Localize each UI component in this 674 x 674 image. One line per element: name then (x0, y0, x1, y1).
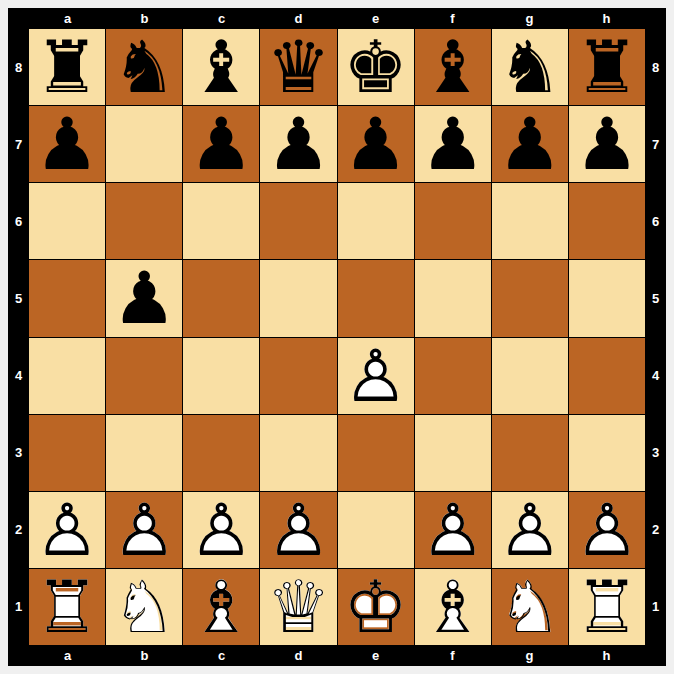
piece-glyph: ♟ (420, 102, 485, 186)
square-d3[interactable] (260, 415, 336, 491)
square-g5[interactable] (492, 260, 568, 336)
square-g1[interactable]: ♞♘ (492, 569, 568, 645)
square-g4[interactable] (492, 338, 568, 414)
rank-label-3: 3 (8, 414, 29, 491)
square-d2[interactable]: ♟♙ (260, 492, 336, 568)
square-c2[interactable]: ♟♙ (183, 492, 259, 568)
piece-outline: ♙ (112, 488, 177, 572)
piece-glyph: ♜ (35, 25, 100, 109)
piece-black-pawn[interactable]: ♟ (35, 108, 100, 180)
square-e3[interactable] (338, 415, 414, 491)
square-d7[interactable]: ♟ (260, 106, 336, 182)
square-e8[interactable]: ♚ (338, 29, 414, 105)
piece-white-knight[interactable]: ♞♘ (498, 571, 563, 643)
square-c7[interactable]: ♟ (183, 106, 259, 182)
piece-outline: ♘ (498, 565, 563, 649)
square-f1[interactable]: ♝♗ (415, 569, 491, 645)
square-f8[interactable]: ♝ (415, 29, 491, 105)
piece-white-pawn[interactable]: ♟♙ (575, 494, 640, 566)
square-e4[interactable]: ♟♙ (338, 338, 414, 414)
piece-white-pawn[interactable]: ♟♙ (266, 494, 331, 566)
square-g2[interactable]: ♟♙ (492, 492, 568, 568)
piece-white-pawn[interactable]: ♟♙ (498, 494, 563, 566)
piece-outline: ♗ (189, 565, 254, 649)
square-b5[interactable]: ♟ (106, 260, 182, 336)
piece-outline: ♙ (420, 488, 485, 572)
square-e7[interactable]: ♟ (338, 106, 414, 182)
piece-black-queen[interactable]: ♛ (266, 31, 331, 103)
piece-outline: ♘ (112, 565, 177, 649)
board: ♜♞♝♛♚♝♞♜♟♟♟♟♟♟♟♟♟♙♟♙♟♙♟♙♟♙♟♙♟♙♟♙♜♖♞♘♝♗♛♕… (29, 29, 645, 645)
rank-labels-right: 87654321 (645, 29, 666, 645)
piece-glyph: ♟ (112, 256, 177, 340)
square-f6[interactable] (415, 183, 491, 259)
rank-label-5: 5 (8, 260, 29, 337)
square-g7[interactable]: ♟ (492, 106, 568, 182)
rank-label-8: 8 (645, 29, 666, 106)
square-a1[interactable]: ♜♖ (29, 569, 105, 645)
rank-label-2: 2 (8, 491, 29, 568)
rank-label-5: 5 (645, 260, 666, 337)
piece-outline: ♙ (189, 488, 254, 572)
square-d8[interactable]: ♛ (260, 29, 336, 105)
piece-white-pawn[interactable]: ♟♙ (189, 494, 254, 566)
piece-glyph: ♝ (189, 25, 254, 109)
piece-black-rook[interactable]: ♜ (575, 31, 640, 103)
rank-label-1: 1 (8, 568, 29, 645)
square-d6[interactable] (260, 183, 336, 259)
piece-white-pawn[interactable]: ♟♙ (420, 494, 485, 566)
square-b2[interactable]: ♟♙ (106, 492, 182, 568)
piece-white-pawn[interactable]: ♟♙ (35, 494, 100, 566)
piece-outline: ♖ (35, 565, 100, 649)
square-f2[interactable]: ♟♙ (415, 492, 491, 568)
chessboard-frame: abcdefgh 87654321 ♜♞♝♛♚♝♞♜♟♟♟♟♟♟♟♟♟♙♟♙♟♙… (8, 8, 666, 666)
piece-black-pawn[interactable]: ♟ (575, 108, 640, 180)
piece-white-queen[interactable]: ♛♕ (266, 571, 331, 643)
square-a3[interactable] (29, 415, 105, 491)
square-b7[interactable] (106, 106, 182, 182)
piece-white-bishop[interactable]: ♝♗ (420, 571, 485, 643)
rank-label-3: 3 (645, 414, 666, 491)
square-c6[interactable] (183, 183, 259, 259)
square-a5[interactable] (29, 260, 105, 336)
square-f3[interactable] (415, 415, 491, 491)
square-c1[interactable]: ♝♗ (183, 569, 259, 645)
piece-black-bishop[interactable]: ♝ (420, 31, 485, 103)
piece-glyph: ♟ (498, 102, 563, 186)
piece-white-pawn[interactable]: ♟♙ (343, 340, 408, 412)
square-h4[interactable] (569, 338, 645, 414)
piece-outline: ♗ (420, 565, 485, 649)
square-e6[interactable] (338, 183, 414, 259)
piece-outline: ♖ (575, 565, 640, 649)
rank-label-4: 4 (645, 337, 666, 414)
square-b3[interactable] (106, 415, 182, 491)
rank-label-1: 1 (645, 568, 666, 645)
piece-outline: ♙ (35, 488, 100, 572)
square-d4[interactable] (260, 338, 336, 414)
rank-label-6: 6 (645, 183, 666, 260)
square-e5[interactable] (338, 260, 414, 336)
piece-glyph: ♝ (420, 25, 485, 109)
piece-glyph: ♞ (498, 25, 563, 109)
square-b1[interactable]: ♞♘ (106, 569, 182, 645)
square-g3[interactable] (492, 415, 568, 491)
square-f4[interactable] (415, 338, 491, 414)
piece-black-pawn[interactable]: ♟ (266, 108, 331, 180)
piece-glyph: ♞ (112, 25, 177, 109)
square-f5[interactable] (415, 260, 491, 336)
square-h2[interactable]: ♟♙ (569, 492, 645, 568)
piece-outline: ♕ (266, 565, 331, 649)
square-a6[interactable] (29, 183, 105, 259)
square-c5[interactable] (183, 260, 259, 336)
square-h3[interactable] (569, 415, 645, 491)
rank-label-2: 2 (645, 491, 666, 568)
rank-label-4: 4 (8, 337, 29, 414)
piece-white-bishop[interactable]: ♝♗ (189, 571, 254, 643)
square-h5[interactable] (569, 260, 645, 336)
rank-labels-left: 87654321 (8, 29, 29, 645)
square-g8[interactable]: ♞ (492, 29, 568, 105)
rank-label-6: 6 (8, 183, 29, 260)
piece-black-pawn[interactable]: ♟ (420, 108, 485, 180)
piece-black-rook[interactable]: ♜ (35, 31, 100, 103)
piece-glyph: ♟ (189, 102, 254, 186)
square-h8[interactable]: ♜ (569, 29, 645, 105)
square-d1[interactable]: ♛♕ (260, 569, 336, 645)
piece-outline: ♙ (575, 488, 640, 572)
piece-outline: ♙ (343, 334, 408, 418)
piece-black-pawn[interactable]: ♟ (343, 108, 408, 180)
piece-outline: ♔ (343, 565, 408, 649)
piece-outline: ♙ (498, 488, 563, 572)
piece-glyph: ♟ (266, 102, 331, 186)
piece-white-rook[interactable]: ♜♖ (35, 571, 100, 643)
piece-black-pawn[interactable]: ♟ (189, 108, 254, 180)
piece-black-knight[interactable]: ♞ (112, 31, 177, 103)
square-b4[interactable] (106, 338, 182, 414)
square-h1[interactable]: ♜♖ (569, 569, 645, 645)
square-e1[interactable]: ♚♔ (338, 569, 414, 645)
square-h6[interactable] (569, 183, 645, 259)
piece-glyph: ♜ (575, 25, 640, 109)
square-a4[interactable] (29, 338, 105, 414)
piece-white-king[interactable]: ♚♔ (343, 571, 408, 643)
piece-black-knight[interactable]: ♞ (498, 31, 563, 103)
piece-glyph: ♚ (343, 25, 408, 109)
square-a8[interactable]: ♜ (29, 29, 105, 105)
square-c8[interactable]: ♝ (183, 29, 259, 105)
rank-label-7: 7 (645, 106, 666, 183)
piece-black-pawn[interactable]: ♟ (112, 262, 177, 334)
piece-outline: ♙ (266, 488, 331, 572)
square-b6[interactable] (106, 183, 182, 259)
piece-glyph: ♟ (35, 102, 100, 186)
square-c3[interactable] (183, 415, 259, 491)
square-c4[interactable] (183, 338, 259, 414)
piece-black-bishop[interactable]: ♝ (189, 31, 254, 103)
piece-white-knight[interactable]: ♞♘ (112, 571, 177, 643)
square-g6[interactable] (492, 183, 568, 259)
piece-black-pawn[interactable]: ♟ (498, 108, 563, 180)
piece-white-rook[interactable]: ♜♖ (575, 571, 640, 643)
piece-glyph: ♟ (343, 102, 408, 186)
square-d5[interactable] (260, 260, 336, 336)
piece-black-king[interactable]: ♚ (343, 31, 408, 103)
piece-glyph: ♛ (266, 25, 331, 109)
square-a2[interactable]: ♟♙ (29, 492, 105, 568)
square-h7[interactable]: ♟ (569, 106, 645, 182)
square-f7[interactable]: ♟ (415, 106, 491, 182)
square-e2[interactable] (338, 492, 414, 568)
square-b8[interactable]: ♞ (106, 29, 182, 105)
rank-label-8: 8 (8, 29, 29, 106)
piece-glyph: ♟ (575, 102, 640, 186)
piece-white-pawn[interactable]: ♟♙ (112, 494, 177, 566)
rank-label-7: 7 (8, 106, 29, 183)
square-a7[interactable]: ♟ (29, 106, 105, 182)
